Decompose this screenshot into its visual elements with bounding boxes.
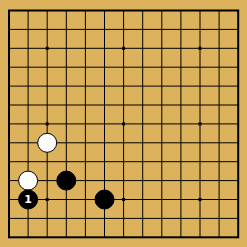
hoshi-point [122,198,125,201]
hoshi-point [46,198,49,201]
hoshi-point [199,198,202,201]
move-number-label: 1 [24,193,32,206]
white-stone [38,133,57,152]
hoshi-point [122,47,125,50]
white-stone [19,171,38,190]
go-diagram: 1 [0,0,247,247]
black-stone [95,190,114,209]
hoshi-point [122,122,125,125]
black-stone [57,171,76,190]
hoshi-point [46,122,49,125]
hoshi-point [199,122,202,125]
hoshi-point [46,47,49,50]
hoshi-point [199,47,202,50]
go-board: 1 [0,0,247,247]
